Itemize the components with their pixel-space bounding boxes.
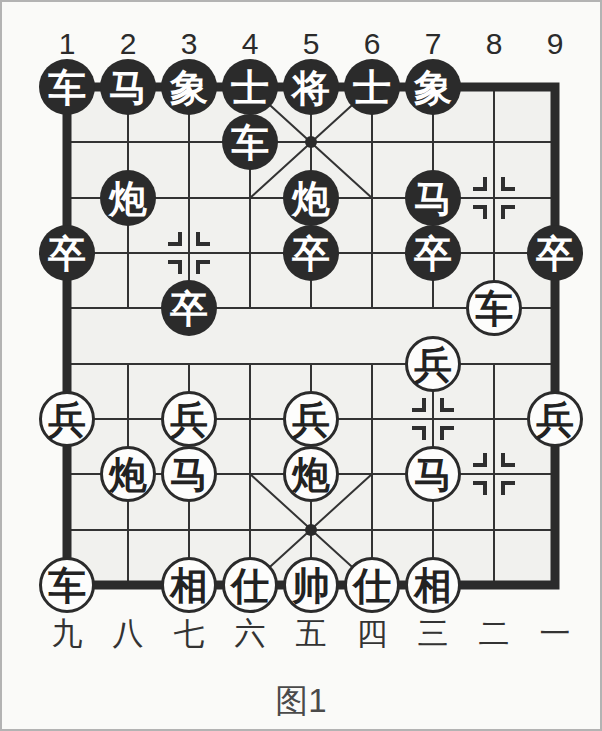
- piece-glyph: 象: [170, 69, 208, 107]
- piece-black-chariot: 车: [39, 59, 95, 115]
- piece-glyph: 炮: [109, 180, 147, 218]
- file-label-bottom: 五: [287, 613, 335, 655]
- piece-black-elephant: 象: [405, 59, 461, 115]
- piece-white-elephant: 相: [161, 557, 217, 613]
- point-marker-corner: [473, 481, 487, 495]
- palace-dot-top: [305, 136, 317, 148]
- piece-glyph: 车: [48, 69, 86, 107]
- piece-glyph: 车: [48, 567, 86, 605]
- file-label-bottom: 六: [226, 613, 274, 655]
- piece-white-soldier: 兵: [405, 336, 461, 392]
- point-marker-corner: [501, 481, 515, 495]
- point-marker: [410, 396, 456, 442]
- point-marker-corner: [501, 453, 515, 467]
- piece-glyph: 兵: [170, 401, 208, 439]
- piece-glyph: 炮: [109, 456, 147, 494]
- piece-glyph: 仕: [231, 567, 269, 605]
- point-marker-corner: [168, 260, 182, 274]
- point-marker-corner: [196, 260, 210, 274]
- piece-white-chariot: 车: [39, 557, 95, 613]
- file-label-bottom: 八: [104, 613, 152, 655]
- piece-glyph: 士: [231, 69, 269, 107]
- piece-black-horse: 马: [405, 170, 461, 226]
- point-marker-corner: [501, 205, 515, 219]
- piece-black-horse: 马: [100, 59, 156, 115]
- file-label-bottom: 三: [409, 613, 457, 655]
- point-marker-corner: [473, 453, 487, 467]
- piece-glyph: 兵: [48, 401, 86, 439]
- file-label-top: 3: [167, 27, 211, 61]
- piece-white-soldier: 兵: [161, 391, 217, 447]
- piece-glyph: 帅: [292, 567, 330, 605]
- piece-white-soldier: 兵: [527, 391, 583, 447]
- piece-black-soldier: 卒: [405, 225, 461, 281]
- file-label-bottom: 四: [348, 613, 396, 655]
- point-marker-corner: [501, 177, 515, 191]
- piece-black-chariot: 车: [222, 114, 278, 170]
- file-label-bottom: 二: [470, 613, 518, 655]
- file-label-top: 8: [472, 27, 516, 61]
- piece-black-soldier: 卒: [161, 280, 217, 336]
- piece-glyph: 车: [231, 124, 269, 162]
- piece-white-general: 帅: [283, 557, 339, 613]
- point-marker: [471, 175, 517, 221]
- file-label-top: 9: [533, 27, 577, 61]
- piece-glyph: 马: [109, 69, 147, 107]
- piece-white-chariot: 车: [466, 280, 522, 336]
- piece-glyph: 马: [414, 180, 452, 218]
- point-marker-corner: [196, 232, 210, 246]
- piece-black-soldier: 卒: [283, 225, 339, 281]
- piece-glyph: 士: [353, 69, 391, 107]
- piece-glyph: 兵: [414, 346, 452, 384]
- piece-glyph: 兵: [292, 401, 330, 439]
- piece-white-horse: 马: [405, 446, 461, 502]
- piece-glyph: 卒: [292, 235, 330, 273]
- file-label-top: 1: [45, 27, 89, 61]
- piece-black-general: 将: [283, 59, 339, 115]
- piece-glyph: 相: [170, 567, 208, 605]
- piece-white-soldier: 兵: [39, 391, 95, 447]
- diagram-page: 123456789 九八七六五四三二一 车马象士将士象车炮炮马卒卒卒卒卒车兵兵兵…: [0, 0, 602, 731]
- point-marker: [166, 230, 212, 276]
- piece-white-elephant: 相: [405, 557, 461, 613]
- point-marker-corner: [473, 205, 487, 219]
- diagram-caption: 图1: [2, 679, 600, 724]
- point-marker-corner: [440, 398, 454, 412]
- piece-glyph: 卒: [48, 235, 86, 273]
- point-marker-corner: [473, 177, 487, 191]
- piece-glyph: 象: [414, 69, 452, 107]
- piece-glyph: 炮: [292, 180, 330, 218]
- piece-glyph: 卒: [414, 235, 452, 273]
- file-label-top: 6: [350, 27, 394, 61]
- piece-black-advisor: 士: [222, 59, 278, 115]
- piece-black-soldier: 卒: [39, 225, 95, 281]
- file-label-bottom: 九: [43, 613, 91, 655]
- file-label-top: 7: [411, 27, 455, 61]
- piece-white-cannon: 炮: [283, 446, 339, 502]
- file-label-top: 5: [289, 27, 333, 61]
- piece-black-soldier: 卒: [527, 225, 583, 281]
- point-marker-corner: [440, 426, 454, 440]
- piece-white-soldier: 兵: [283, 391, 339, 447]
- piece-glyph: 将: [292, 69, 330, 107]
- piece-white-cannon: 炮: [100, 446, 156, 502]
- palace-dot-bottom: [305, 524, 317, 536]
- piece-glyph: 相: [414, 567, 452, 605]
- piece-glyph: 马: [170, 456, 208, 494]
- piece-black-cannon: 炮: [283, 170, 339, 226]
- piece-glyph: 炮: [292, 456, 330, 494]
- piece-white-advisor: 仕: [344, 557, 400, 613]
- piece-glyph: 车: [475, 290, 513, 328]
- file-label-top: 4: [228, 27, 272, 61]
- piece-black-elephant: 象: [161, 59, 217, 115]
- file-label-bottom: 七: [165, 613, 213, 655]
- piece-white-horse: 马: [161, 446, 217, 502]
- file-label-bottom: 一: [531, 613, 579, 655]
- point-marker-corner: [412, 426, 426, 440]
- piece-glyph: 卒: [170, 290, 208, 328]
- piece-black-cannon: 炮: [100, 170, 156, 226]
- file-label-top: 2: [106, 27, 150, 61]
- piece-glyph: 仕: [353, 567, 391, 605]
- point-marker-corner: [412, 398, 426, 412]
- point-marker-corner: [168, 232, 182, 246]
- piece-black-advisor: 士: [344, 59, 400, 115]
- piece-glyph: 兵: [536, 401, 574, 439]
- piece-glyph: 卒: [536, 235, 574, 273]
- piece-white-advisor: 仕: [222, 557, 278, 613]
- point-marker: [471, 451, 517, 497]
- piece-glyph: 马: [414, 456, 452, 494]
